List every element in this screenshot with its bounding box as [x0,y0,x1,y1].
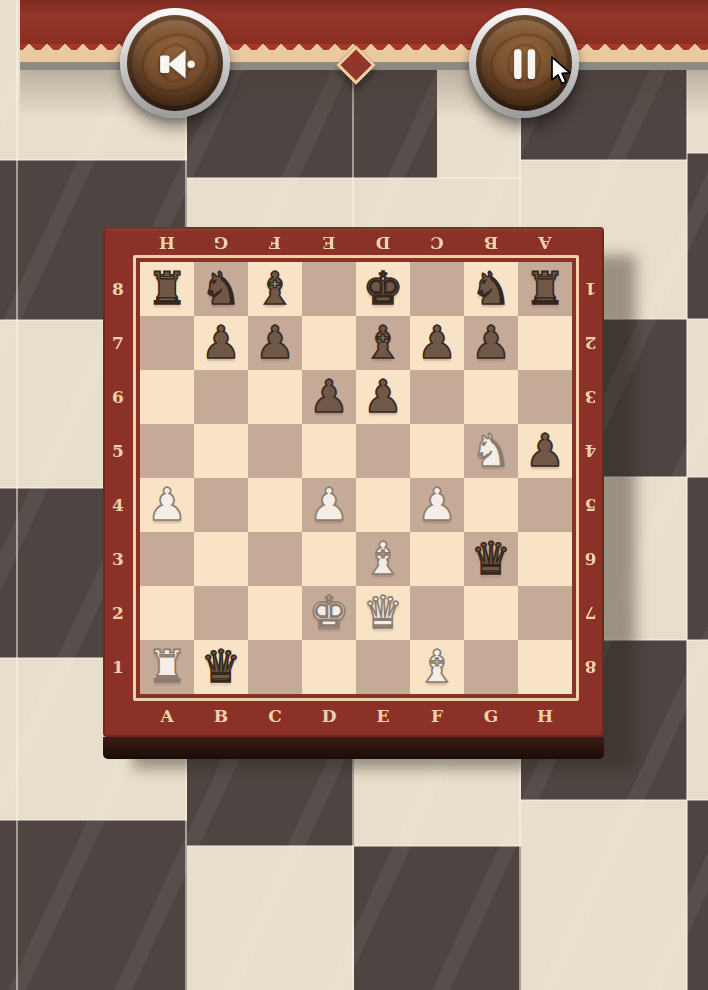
coord-label-c: C [410,231,464,255]
square-c4[interactable] [248,478,302,532]
square-a4[interactable]: ♟ [140,478,194,532]
square-c7[interactable]: ♟ [248,316,302,370]
tile-seam [687,639,708,641]
square-a3[interactable] [140,532,194,586]
square-e8[interactable]: ♚ [356,262,410,316]
square-g2[interactable] [464,586,518,640]
tile-seam [687,318,708,320]
square-d5[interactable] [302,424,356,478]
square-d4[interactable]: ♟ [302,478,356,532]
piece-white-queen[interactable]: ♛ [356,586,410,640]
square-g6[interactable] [464,370,518,424]
coord-label-7: 7 [577,586,604,640]
tile-seam [687,799,708,801]
coord-label-8: 8 [577,640,604,694]
square-f6[interactable] [410,370,464,424]
square-c1[interactable] [248,640,302,694]
coord-label-f: F [248,231,302,255]
chess-board: HGFEDCBA ABCDEFGH 87654321 12345678 ♜♞♝♚… [103,227,604,737]
square-h1[interactable] [518,640,572,694]
piece-black-pawn[interactable]: ♟ [356,370,410,424]
square-g8[interactable]: ♞ [464,262,518,316]
piece-black-rook[interactable]: ♜ [140,262,194,316]
piece-black-queen[interactable]: ♛ [194,640,248,694]
square-b4[interactable] [194,478,248,532]
square-h5[interactable]: ♟ [518,424,572,478]
mouse-cursor [548,56,574,86]
coord-label-3: 3 [103,532,133,586]
square-e5[interactable] [356,424,410,478]
piece-white-bishop[interactable]: ♝ [410,640,464,694]
tile-seam [187,845,354,847]
coord-label-h: H [518,699,572,733]
coord-label-d: D [356,231,410,255]
square-f7[interactable]: ♟ [410,316,464,370]
coord-label-3: 3 [577,370,604,424]
coord-label-a: A [518,231,572,255]
square-c5[interactable] [248,424,302,478]
square-f5[interactable] [410,424,464,478]
board-3d-edge [103,737,604,759]
sound-button[interactable] [120,8,230,118]
square-h8[interactable]: ♜ [518,262,572,316]
coord-label-f: F [410,699,464,733]
tile-seam [521,799,687,801]
square-c3[interactable] [248,532,302,586]
square-b3[interactable] [194,532,248,586]
square-d6[interactable]: ♟ [302,370,356,424]
pause-icon [493,32,555,94]
coord-label-b: B [464,231,518,255]
coord-label-e: E [302,231,356,255]
piece-black-bishop[interactable]: ♝ [248,262,302,316]
square-c2[interactable] [248,586,302,640]
square-g3[interactable]: ♛ [464,532,518,586]
square-d1[interactable] [302,640,356,694]
coords-files-bottom: ABCDEFGH [140,699,572,733]
piece-black-pawn[interactable]: ♟ [194,316,248,370]
coords-ranks-right: 12345678 [577,262,604,694]
tile-seam [354,177,521,179]
square-h7[interactable] [518,316,572,370]
square-d8[interactable] [302,262,356,316]
piece-white-king[interactable]: ♚ [302,586,356,640]
header-bar [20,0,708,44]
square-e4[interactable] [356,478,410,532]
coord-label-5: 5 [103,424,133,478]
square-a2[interactable] [140,586,194,640]
square-e3[interactable]: ♝ [356,532,410,586]
square-c6[interactable] [248,370,302,424]
coord-label-a: A [140,699,194,733]
square-f2[interactable] [410,586,464,640]
coord-label-g: G [194,231,248,255]
coord-label-6: 6 [577,532,604,586]
tile-seam [686,66,688,990]
square-f1[interactable]: ♝ [410,640,464,694]
square-b6[interactable] [194,370,248,424]
wall-tile [687,800,708,990]
coord-label-6: 6 [103,370,133,424]
coord-label-c: C [248,699,302,733]
piece-black-pawn[interactable]: ♟ [302,370,356,424]
tile-seam [16,0,18,990]
piece-white-rook[interactable]: ♜ [140,640,194,694]
tile-seam [521,159,687,161]
game-stage: HGFEDCBA ABCDEFGH 87654321 12345678 ♜♞♝♚… [0,0,708,990]
square-f8[interactable] [410,262,464,316]
piece-black-knight[interactable]: ♞ [464,262,518,316]
square-f3[interactable] [410,532,464,586]
wall-tile [354,846,521,990]
square-d7[interactable] [302,316,356,370]
coord-label-8: 8 [103,262,133,316]
coord-label-5: 5 [577,478,604,532]
square-b7[interactable]: ♟ [194,316,248,370]
square-a5[interactable] [140,424,194,478]
piece-black-bishop[interactable]: ♝ [356,316,410,370]
square-g1[interactable] [464,640,518,694]
coord-label-4: 4 [103,478,133,532]
wall-tile [0,820,187,990]
wall-tile [687,153,708,319]
coord-label-e: E [356,699,410,733]
speaker-icon [144,32,206,94]
piece-black-knight[interactable]: ♞ [194,262,248,316]
square-e7[interactable]: ♝ [356,316,410,370]
tile-seam [0,159,187,161]
piece-black-pawn[interactable]: ♟ [518,424,572,478]
tile-seam [687,152,708,154]
wall-tile [687,477,708,640]
coord-label-2: 2 [577,316,604,370]
coord-label-1: 1 [577,262,604,316]
coord-label-1: 1 [103,640,133,694]
piece-black-rook[interactable]: ♜ [518,262,572,316]
piece-black-pawn[interactable]: ♟ [464,316,518,370]
square-b5[interactable] [194,424,248,478]
square-b1[interactable]: ♛ [194,640,248,694]
square-h6[interactable] [518,370,572,424]
square-e1[interactable] [356,640,410,694]
square-b8[interactable]: ♞ [194,262,248,316]
tile-seam [0,819,187,821]
coord-label-4: 4 [577,424,604,478]
piece-white-knight[interactable]: ♞ [464,424,518,478]
square-d2[interactable]: ♚ [302,586,356,640]
square-a8[interactable]: ♜ [140,262,194,316]
piece-black-king[interactable]: ♚ [356,262,410,316]
coord-label-h: H [140,231,194,255]
tile-seam [354,845,521,847]
coord-label-2: 2 [103,586,133,640]
tile-seam [687,476,708,478]
square-b2[interactable] [194,586,248,640]
square-e2[interactable]: ♛ [356,586,410,640]
coord-label-g: G [464,699,518,733]
square-g5[interactable]: ♞ [464,424,518,478]
coord-label-d: D [302,699,356,733]
coords-files-top: HGFEDCBA [140,231,572,255]
square-g4[interactable] [464,478,518,532]
coord-label-b: B [194,699,248,733]
square-a7[interactable] [140,316,194,370]
squares-grid: ♜♞♝♚♞♜♟♟♝♟♟♟♟♞♟♟♟♟♝♛♚♛♜♛♝ [140,262,572,694]
square-g7[interactable]: ♟ [464,316,518,370]
square-e6[interactable]: ♟ [356,370,410,424]
piece-white-pawn[interactable]: ♟ [140,478,194,532]
piece-black-queen[interactable]: ♛ [464,532,518,586]
tile-seam [187,177,354,179]
piece-black-pawn[interactable]: ♟ [248,316,302,370]
coords-ranks-left: 87654321 [103,262,133,694]
square-a1[interactable]: ♜ [140,640,194,694]
square-c8[interactable]: ♝ [248,262,302,316]
coord-label-7: 7 [103,316,133,370]
piece-white-pawn[interactable]: ♟ [410,478,464,532]
square-h2[interactable] [518,586,572,640]
piece-white-bishop[interactable]: ♝ [356,532,410,586]
square-h4[interactable] [518,478,572,532]
square-d3[interactable] [302,532,356,586]
square-a6[interactable] [140,370,194,424]
square-f4[interactable]: ♟ [410,478,464,532]
piece-black-pawn[interactable]: ♟ [410,316,464,370]
square-h3[interactable] [518,532,572,586]
piece-white-pawn[interactable]: ♟ [302,478,356,532]
